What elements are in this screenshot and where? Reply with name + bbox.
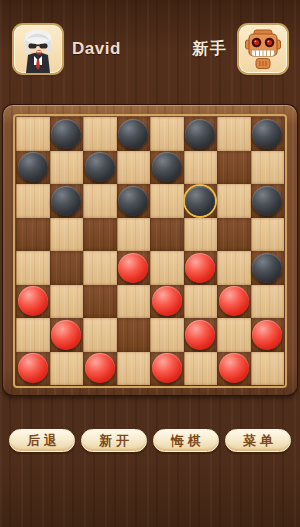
square-r7-c1 — [16, 318, 50, 352]
square-r6-c7[interactable] — [217, 285, 251, 319]
back-button[interactable]: 后退 — [9, 429, 75, 452]
square-r8-c6 — [184, 352, 218, 386]
square-r6-c4 — [117, 285, 151, 319]
square-r5-c1 — [16, 251, 50, 285]
player-name: David — [72, 39, 121, 59]
square-r7-c7 — [217, 318, 251, 352]
square-r7-c6[interactable] — [184, 318, 218, 352]
board-grid — [16, 117, 284, 385]
square-r1-c1 — [16, 117, 50, 151]
checker-red[interactable] — [18, 353, 48, 383]
square-r5-c4[interactable] — [117, 251, 151, 285]
player-avatar — [14, 25, 62, 73]
square-r3-c1 — [16, 184, 50, 218]
square-r2-c6 — [184, 151, 218, 185]
square-r4-c6 — [184, 218, 218, 252]
square-r8-c8 — [251, 352, 285, 386]
square-r8-c3[interactable] — [83, 352, 117, 386]
square-r1-c3 — [83, 117, 117, 151]
undo-move-button[interactable]: 悔棋 — [153, 429, 219, 452]
square-r2-c1[interactable] — [16, 151, 50, 185]
square-r2-c8 — [251, 151, 285, 185]
square-r5-c8[interactable] — [251, 251, 285, 285]
square-r4-c4 — [117, 218, 151, 252]
square-r5-c6[interactable] — [184, 251, 218, 285]
checker-red[interactable] — [185, 253, 215, 283]
checker-black[interactable] — [252, 253, 282, 283]
opponent-level-label: 新手 — [192, 39, 228, 60]
square-r8-c4 — [117, 352, 151, 386]
opponent-avatar — [239, 25, 287, 73]
header: David 新手 — [0, 25, 300, 73]
square-r1-c8[interactable] — [251, 117, 285, 151]
checker-black[interactable] — [252, 186, 282, 216]
square-r3-c7 — [217, 184, 251, 218]
square-r5-c3 — [83, 251, 117, 285]
square-r4-c7[interactable] — [217, 218, 251, 252]
square-r3-c8[interactable] — [251, 184, 285, 218]
square-r1-c5 — [150, 117, 184, 151]
checker-black[interactable] — [18, 152, 48, 182]
square-r7-c8[interactable] — [251, 318, 285, 352]
new-game-button[interactable]: 新开 — [81, 429, 147, 452]
square-r6-c1[interactable] — [16, 285, 50, 319]
checker-black[interactable] — [85, 152, 115, 182]
square-r3-c2[interactable] — [50, 184, 84, 218]
square-r4-c3[interactable] — [83, 218, 117, 252]
checker-red[interactable] — [152, 286, 182, 316]
square-r2-c4 — [117, 151, 151, 185]
square-r4-c2 — [50, 218, 84, 252]
action-bar: 后退 新开 悔棋 菜单 — [9, 429, 291, 452]
checker-black[interactable] — [152, 152, 182, 182]
square-r4-c8 — [251, 218, 285, 252]
checker-red[interactable] — [152, 353, 182, 383]
checkers-board — [3, 105, 297, 395]
checker-red[interactable] — [219, 353, 249, 383]
square-r4-c1[interactable] — [16, 218, 50, 252]
checkers-app: David 新手 后退 新开 — [0, 0, 300, 527]
square-r5-c5 — [150, 251, 184, 285]
square-r8-c2 — [50, 352, 84, 386]
square-r1-c6[interactable] — [184, 117, 218, 151]
square-r6-c2 — [50, 285, 84, 319]
square-r7-c3 — [83, 318, 117, 352]
square-r6-c8 — [251, 285, 285, 319]
square-r1-c4[interactable] — [117, 117, 151, 151]
checker-black[interactable] — [252, 119, 282, 149]
square-r8-c7[interactable] — [217, 352, 251, 386]
robot-icon — [239, 25, 287, 73]
checker-red[interactable] — [185, 320, 215, 350]
square-r8-c5[interactable] — [150, 352, 184, 386]
square-r3-c3 — [83, 184, 117, 218]
checker-red[interactable] — [252, 320, 282, 350]
checker-black[interactable] — [51, 119, 81, 149]
checker-black[interactable] — [51, 186, 81, 216]
square-r2-c2 — [50, 151, 84, 185]
checker-black[interactable] — [185, 119, 215, 149]
square-r1-c2[interactable] — [50, 117, 84, 151]
square-r7-c2[interactable] — [50, 318, 84, 352]
checker-red[interactable] — [51, 320, 81, 350]
square-r6-c5[interactable] — [150, 285, 184, 319]
person-icon — [14, 25, 62, 73]
menu-button[interactable]: 菜单 — [225, 429, 291, 452]
checker-red[interactable] — [118, 253, 148, 283]
square-r3-c4[interactable] — [117, 184, 151, 218]
square-r1-c7 — [217, 117, 251, 151]
square-r7-c5 — [150, 318, 184, 352]
checker-red[interactable] — [85, 353, 115, 383]
square-r3-c6[interactable] — [184, 184, 218, 218]
checker-black[interactable] — [185, 186, 215, 216]
square-r5-c2[interactable] — [50, 251, 84, 285]
checker-red[interactable] — [18, 286, 48, 316]
square-r6-c6 — [184, 285, 218, 319]
square-r7-c4[interactable] — [117, 318, 151, 352]
checker-red[interactable] — [219, 286, 249, 316]
square-r2-c5[interactable] — [150, 151, 184, 185]
square-r2-c7[interactable] — [217, 151, 251, 185]
square-r5-c7 — [217, 251, 251, 285]
square-r2-c3[interactable] — [83, 151, 117, 185]
square-r8-c1[interactable] — [16, 352, 50, 386]
checker-black[interactable] — [118, 119, 148, 149]
square-r6-c3[interactable] — [83, 285, 117, 319]
square-r3-c5 — [150, 184, 184, 218]
checker-black[interactable] — [118, 186, 148, 216]
square-r4-c5[interactable] — [150, 218, 184, 252]
